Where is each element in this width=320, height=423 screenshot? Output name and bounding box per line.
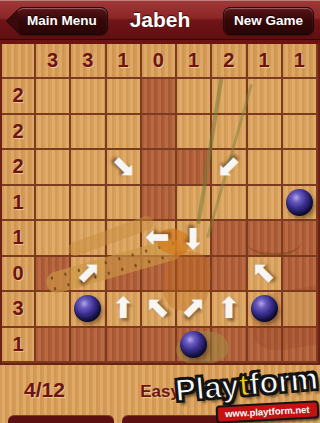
cell-r2c8[interactable] (283, 115, 318, 151)
cell-r6c2[interactable]: ⬆ (71, 257, 106, 293)
nav-bar: Main Menu Jabeh New Game (0, 0, 320, 40)
cell-r2c6[interactable] (212, 115, 247, 151)
arrow-ne[interactable]: ⬆ (69, 254, 107, 292)
cell-r1c1[interactable] (36, 79, 71, 115)
cell-r1c4[interactable] (142, 79, 177, 115)
cell-r3c4[interactable] (142, 150, 177, 186)
cell-r3c5[interactable] (177, 150, 212, 186)
cell-r1c5[interactable] (177, 79, 212, 115)
cell-r2c7[interactable] (248, 115, 283, 151)
cell-r7c6[interactable]: ⬆ (212, 292, 247, 328)
cell-r6c8[interactable] (283, 257, 318, 293)
cell-r6c3[interactable] (107, 257, 142, 293)
left-clue-row8: 1 (2, 328, 36, 364)
cell-r4c2[interactable] (71, 186, 106, 222)
cell-r5c4[interactable]: ⬆ (142, 221, 177, 257)
ball[interactable] (251, 295, 278, 322)
ball[interactable] (74, 295, 101, 322)
arrow-se[interactable]: ⬆ (104, 148, 142, 186)
cell-r5c6[interactable] (212, 221, 247, 257)
cell-r4c4[interactable] (142, 186, 177, 222)
cell-r4c7[interactable] (248, 186, 283, 222)
cell-r7c7[interactable] (248, 292, 283, 328)
left-clue-row5: 1 (2, 221, 36, 257)
cell-r2c1[interactable] (36, 115, 71, 151)
cell-r6c7[interactable]: ⬆ (248, 257, 283, 293)
board-grid: 33101211222⬆⬆11⬆⬆0⬆⬆3⬆⬆⬆⬆1 (2, 44, 318, 363)
cell-r1c8[interactable] (283, 79, 318, 115)
cell-r5c7[interactable] (248, 221, 283, 257)
left-clue-row7: 3 (2, 292, 36, 328)
arrow-left[interactable]: ⬆ (144, 226, 173, 250)
jabeh-app-screen: Main Menu Jabeh New Game 33101211222⬆⬆11… (0, 0, 320, 423)
cell-r3c3[interactable]: ⬆ (107, 150, 142, 186)
cell-r8c6[interactable] (212, 328, 247, 364)
bottom-toolbar-edge (8, 415, 114, 423)
cell-r3c2[interactable] (71, 150, 106, 186)
left-clue-row2: 2 (2, 115, 36, 151)
cell-r1c6[interactable] (212, 79, 247, 115)
cell-r2c3[interactable] (107, 115, 142, 151)
top-clue-col1: 3 (36, 44, 71, 79)
cell-r5c3[interactable] (107, 221, 142, 257)
cell-r7c2[interactable] (71, 292, 106, 328)
corner-cell (2, 44, 36, 79)
top-clue-col8: 1 (283, 44, 318, 79)
ball[interactable] (180, 331, 207, 358)
cell-r7c3[interactable]: ⬆ (107, 292, 142, 328)
cell-r6c6[interactable] (212, 257, 247, 293)
top-clue-col3: 1 (107, 44, 142, 79)
cell-r2c5[interactable] (177, 115, 212, 151)
ball[interactable] (286, 189, 313, 216)
left-clue-row3: 2 (2, 150, 36, 186)
top-clue-col4: 0 (142, 44, 177, 79)
arrow-nw[interactable]: ⬆ (245, 254, 283, 292)
cell-r2c2[interactable] (71, 115, 106, 151)
top-clue-col7: 1 (248, 44, 283, 79)
cell-r8c8[interactable] (283, 328, 318, 364)
arrow-down[interactable]: ⬆ (181, 223, 205, 252)
left-clue-row1: 2 (2, 79, 36, 115)
cell-r8c2[interactable] (71, 328, 106, 364)
arrow-up[interactable]: ⬆ (111, 294, 135, 323)
cell-r5c2[interactable] (71, 221, 106, 257)
cell-r7c4[interactable]: ⬆ (142, 292, 177, 328)
top-clue-col5: 1 (177, 44, 212, 79)
cell-r8c4[interactable] (142, 328, 177, 364)
cell-r1c3[interactable] (107, 79, 142, 115)
cell-r4c5[interactable] (177, 186, 212, 222)
cell-r4c1[interactable] (36, 186, 71, 222)
playtform-watermark: Playtform www.playtform.net (150, 369, 320, 421)
cell-r5c1[interactable] (36, 221, 71, 257)
cell-r3c7[interactable] (248, 150, 283, 186)
left-clue-row4: 1 (2, 186, 36, 222)
cell-r4c3[interactable] (107, 186, 142, 222)
arrow-up[interactable]: ⬆ (217, 294, 241, 323)
cell-r4c8[interactable] (283, 186, 318, 222)
arrow-ne[interactable]: ⬆ (175, 290, 213, 328)
cell-r7c1[interactable] (36, 292, 71, 328)
cell-r4c6[interactable] (212, 186, 247, 222)
cell-r5c5[interactable]: ⬆ (177, 221, 212, 257)
cell-r2c4[interactable] (142, 115, 177, 151)
cell-r8c7[interactable] (248, 328, 283, 364)
cell-r6c5[interactable] (177, 257, 212, 293)
board-frame: 33101211222⬆⬆11⬆⬆0⬆⬆3⬆⬆⬆⬆1 (0, 44, 320, 363)
top-clue-col6: 2 (212, 44, 247, 79)
cell-r1c7[interactable] (248, 79, 283, 115)
cell-r7c5[interactable]: ⬆ (177, 292, 212, 328)
cell-r3c1[interactable] (36, 150, 71, 186)
cell-r1c2[interactable] (71, 79, 106, 115)
arrow-nw[interactable]: ⬆ (140, 290, 178, 328)
cell-r6c1[interactable] (36, 257, 71, 293)
cell-r8c5[interactable] (177, 328, 212, 364)
cell-r3c8[interactable] (283, 150, 318, 186)
top-clue-col2: 3 (71, 44, 106, 79)
arrow-sw[interactable]: ⬆ (210, 148, 248, 186)
cell-r7c8[interactable] (283, 292, 318, 328)
cell-r3c6[interactable]: ⬆ (212, 150, 247, 186)
new-game-button[interactable]: New Game (223, 7, 314, 35)
cell-r6c4[interactable] (142, 257, 177, 293)
left-clue-row6: 0 (2, 257, 36, 293)
cell-r8c3[interactable] (107, 328, 142, 364)
cell-r5c8[interactable] (283, 221, 318, 257)
cell-r8c1[interactable] (36, 328, 71, 364)
